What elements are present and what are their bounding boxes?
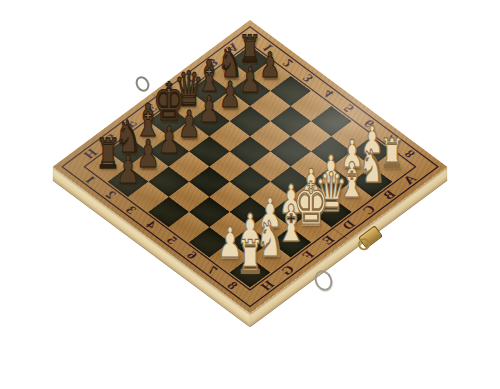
piece-dark-pawn-h2[interactable]: ♟ [116,150,140,189]
piece-dark-pawn-a2[interactable]: ♟ [260,48,281,83]
pieces-layer: ♜♞♝♛♚♝♞♜♟♟♟♟♟♟♟♟♟♟♟♟♟♟♟♟♜♞♝♛♚♝♞♜ [0,0,500,389]
chess-set-photo: ABCDEFGH ABCDEFGH 12345678 12345678 ♜♞♝♛… [0,0,500,389]
piece-dark-pawn-f2[interactable]: ♟ [157,121,180,159]
piece-dark-pawn-e2[interactable]: ♟ [178,107,201,144]
piece-dark-pawn-c2[interactable]: ♟ [219,77,241,113]
piece-light-rook-h8[interactable]: ♜ [236,234,264,280]
piece-dark-pawn-g2[interactable]: ♟ [137,136,160,174]
piece-dark-pawn-b2[interactable]: ♟ [239,63,261,98]
piece-dark-pawn-d2[interactable]: ♟ [198,92,220,128]
